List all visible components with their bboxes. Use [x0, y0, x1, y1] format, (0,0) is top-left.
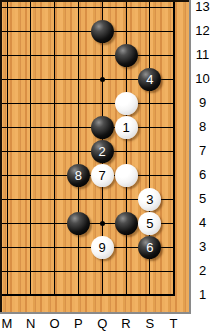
black-stone-R11[interactable]	[115, 44, 138, 67]
white-stone-S4[interactable]: 5	[138, 212, 161, 235]
board-view-left-frame	[0, 0, 2, 312]
black-stone-S3[interactable]: 6	[138, 236, 161, 259]
black-stone-P6[interactable]: 8	[67, 164, 90, 187]
row-label-8: 8	[193, 119, 212, 135]
row-label-9: 9	[193, 95, 212, 111]
grid-line-col-O	[54, 0, 55, 296]
white-stone-S5[interactable]: 3	[138, 188, 161, 211]
column-label-P: P	[70, 316, 86, 332]
column-label-Q: Q	[94, 316, 110, 332]
row-label-1: 1	[193, 287, 212, 303]
white-stone-R9[interactable]	[115, 92, 138, 115]
row-label-10: 10	[193, 71, 212, 87]
grid-line-row-7	[0, 151, 175, 152]
star-point-Q10	[100, 77, 105, 82]
grid-line-col-T	[173, 0, 175, 296]
board-bottom-shadow-border	[0, 312, 191, 314]
column-label-M: M	[0, 316, 15, 332]
row-label-12: 12	[193, 23, 212, 39]
row-label-6: 6	[193, 167, 212, 183]
black-stone-R4[interactable]	[115, 212, 138, 235]
grid-line-row-8	[0, 127, 175, 128]
black-stone-Q7[interactable]: 2	[91, 140, 114, 163]
black-stone-Q12[interactable]	[91, 20, 114, 43]
row-label-11: 11	[193, 47, 212, 63]
grid-line-row-9	[0, 103, 175, 104]
column-label-O: O	[47, 316, 63, 332]
grid-line-row-1	[0, 294, 175, 296]
grid-line-row-2	[0, 271, 175, 272]
column-label-R: R	[118, 316, 134, 332]
white-stone-R6[interactable]	[115, 164, 138, 187]
column-label-S: S	[142, 316, 158, 332]
go-board-panel: 412873596 13121110987654321 MNOPQRST	[0, 0, 212, 332]
grid-line-col-P	[78, 0, 79, 296]
row-label-13: 13	[193, 0, 212, 15]
row-label-4: 4	[193, 215, 212, 231]
black-stone-Q8[interactable]	[91, 116, 114, 139]
grid-line-col-N	[30, 0, 31, 296]
row-label-5: 5	[193, 191, 212, 207]
white-stone-Q3[interactable]: 9	[91, 236, 114, 259]
white-stone-R8[interactable]: 1	[115, 116, 138, 139]
grid-line-col-M	[7, 0, 8, 296]
column-label-T: T	[166, 316, 182, 332]
board-view-top-frame	[0, 0, 189, 2]
grid-line-row-13	[0, 7, 175, 8]
board-right-shadow-border	[189, 0, 191, 314]
white-stone-Q6[interactable]: 7	[91, 164, 114, 187]
column-label-N: N	[23, 316, 39, 332]
star-point-Q4	[100, 221, 105, 226]
row-label-2: 2	[193, 263, 212, 279]
grid-line-row-12	[0, 31, 175, 32]
black-stone-P4[interactable]	[67, 212, 90, 235]
grid-line-row-11	[0, 55, 175, 56]
row-label-7: 7	[193, 143, 212, 159]
row-label-3: 3	[193, 239, 212, 255]
black-stone-S10[interactable]: 4	[138, 68, 161, 91]
